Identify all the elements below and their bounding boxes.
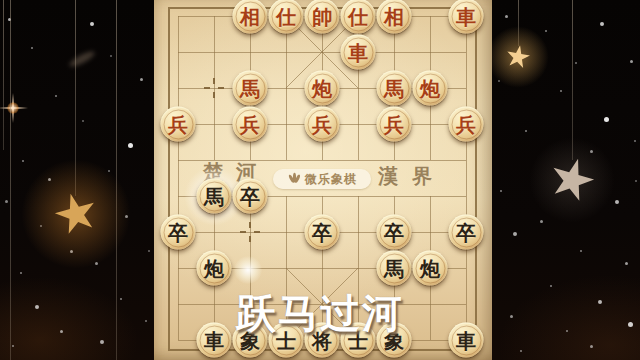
star-dot bbox=[604, 117, 609, 122]
star-dot bbox=[500, 190, 502, 192]
piece-red-車[interactable]: 車 bbox=[341, 35, 376, 70]
star-dot bbox=[128, 143, 133, 148]
star-dot bbox=[90, 22, 94, 26]
piece-black-卒[interactable]: 卒 bbox=[305, 215, 340, 250]
star-ornament bbox=[529, 137, 615, 223]
piece-black-卒[interactable]: 卒 bbox=[377, 215, 412, 250]
star-dot bbox=[55, 95, 57, 97]
star-dot bbox=[148, 250, 150, 252]
screen: 楚 河 漢 界 微乐象棋 相仕帥仕相車車馬炮馬炮兵兵兵兵兵馬卒卒卒卒卒炮馬炮車象… bbox=[0, 0, 640, 360]
sparkle-effect bbox=[234, 256, 262, 284]
star-dot bbox=[600, 22, 604, 26]
piece-black-卒[interactable]: 卒 bbox=[161, 215, 196, 250]
piece-red-車[interactable]: 車 bbox=[449, 0, 484, 34]
piece-red-帥[interactable]: 帥 bbox=[305, 0, 340, 34]
river-text-han: 漢 bbox=[378, 163, 398, 190]
app-watermark-text: 微乐象棋 bbox=[305, 171, 357, 188]
river-text-jie: 界 bbox=[412, 163, 432, 190]
star-ornament bbox=[487, 26, 549, 88]
star-dot bbox=[520, 350, 522, 352]
star-dot bbox=[630, 60, 633, 63]
star-dot bbox=[560, 90, 562, 92]
star-dot bbox=[20, 272, 22, 274]
piece-red-兵[interactable]: 兵 bbox=[377, 107, 412, 142]
piece-red-炮[interactable]: 炮 bbox=[305, 71, 340, 106]
twinkle-star-icon bbox=[0, 93, 28, 123]
leaf-logo-icon bbox=[287, 172, 302, 187]
star-dot bbox=[635, 180, 637, 182]
app-watermark: 微乐象棋 bbox=[273, 169, 371, 189]
piece-red-相[interactable]: 相 bbox=[377, 0, 412, 34]
piece-red-仕[interactable]: 仕 bbox=[269, 0, 304, 34]
piece-red-相[interactable]: 相 bbox=[233, 0, 268, 34]
piece-red-馬[interactable]: 馬 bbox=[377, 71, 412, 106]
piece-black-炮[interactable]: 炮 bbox=[413, 251, 448, 286]
galaxy-smudge bbox=[68, 49, 96, 69]
piece-black-炮[interactable]: 炮 bbox=[197, 251, 232, 286]
star-dot bbox=[513, 232, 517, 236]
piece-red-兵[interactable]: 兵 bbox=[161, 107, 196, 142]
hanging-string bbox=[572, 0, 573, 160]
star-dot bbox=[31, 47, 33, 49]
piece-red-兵[interactable]: 兵 bbox=[233, 107, 268, 142]
point-marker bbox=[204, 78, 224, 98]
piece-black-卒[interactable]: 卒 bbox=[449, 215, 484, 250]
point-marker bbox=[240, 222, 260, 242]
piece-red-兵[interactable]: 兵 bbox=[449, 107, 484, 142]
piece-red-兵[interactable]: 兵 bbox=[305, 107, 340, 142]
star-dot bbox=[625, 262, 628, 265]
star-dot bbox=[5, 200, 8, 203]
star-dot bbox=[12, 345, 14, 347]
hanging-string bbox=[3, 0, 4, 150]
video-caption: 跃马过河 bbox=[0, 286, 640, 341]
piece-red-馬[interactable]: 馬 bbox=[233, 71, 268, 106]
star-dot bbox=[634, 140, 636, 142]
star-dot bbox=[140, 78, 143, 81]
star-dot bbox=[525, 130, 527, 132]
piece-red-仕[interactable]: 仕 bbox=[341, 0, 376, 34]
piece-black-馬[interactable]: 馬 bbox=[197, 179, 232, 214]
star-dot bbox=[580, 250, 582, 252]
star-dot bbox=[615, 200, 619, 204]
piece-red-炮[interactable]: 炮 bbox=[413, 71, 448, 106]
star-dot bbox=[110, 55, 112, 57]
piece-black-卒[interactable]: 卒 bbox=[233, 179, 268, 214]
star-dot bbox=[575, 62, 577, 64]
star-ornament bbox=[21, 159, 131, 269]
star-dot bbox=[82, 120, 84, 122]
piece-black-馬[interactable]: 馬 bbox=[377, 251, 412, 286]
star-dot bbox=[505, 15, 508, 18]
star-dot bbox=[590, 345, 593, 348]
